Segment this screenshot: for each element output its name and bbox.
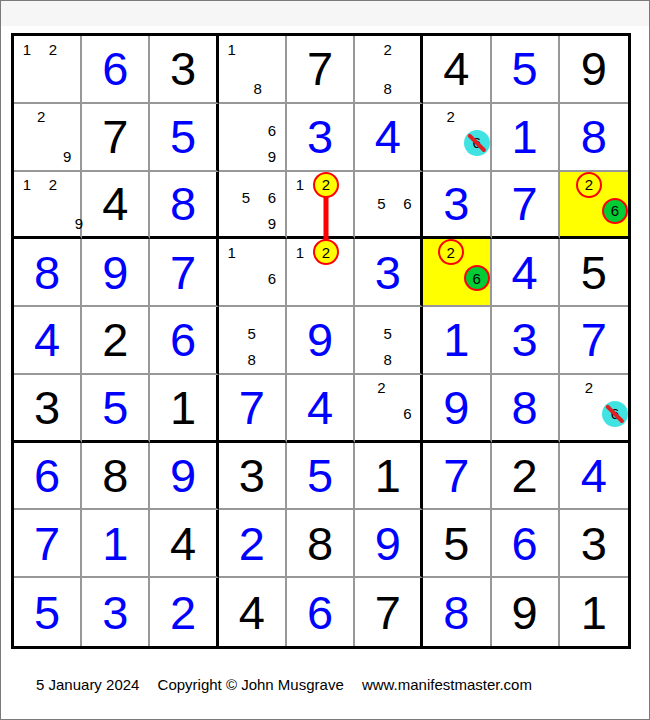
given-digit: 8 — [287, 510, 353, 576]
cell-r8c9[interactable]: 3 — [560, 510, 628, 578]
cell-r5c2[interactable]: 2 — [82, 307, 150, 375]
cell-r7c9[interactable]: 4 — [560, 443, 628, 511]
cell-r2c1[interactable]: 29 — [14, 104, 82, 172]
candidate-6: 6 — [259, 184, 285, 210]
solved-digit: 9 — [287, 307, 353, 373]
given-digit: 4 — [219, 578, 285, 646]
pencil-grid: 16 — [219, 239, 285, 305]
solved-digit: 9 — [82, 239, 148, 305]
given-digit: 5 — [423, 510, 489, 576]
given-digit: 3 — [560, 510, 628, 576]
given-digit: 3 — [219, 443, 285, 509]
solved-digit: 5 — [82, 375, 148, 440]
candidate-1: 1 — [287, 239, 313, 265]
given-digit: 8 — [82, 443, 148, 509]
cell-r5c9[interactable]: 7 — [560, 307, 628, 375]
cell-r8c4[interactable]: 2 — [219, 510, 287, 578]
solved-digit: 3 — [82, 578, 148, 646]
cell-r4c6[interactable]: 3 — [355, 239, 423, 307]
footer-copyright: Copyright © John Musgrave — [158, 676, 344, 693]
cell-r6c9[interactable]: 26 — [560, 375, 628, 443]
solved-digit: 4 — [287, 375, 353, 440]
cell-r3c6[interactable]: 56 — [355, 172, 423, 240]
candidate-9: 9 — [259, 144, 285, 170]
cell-r1c7[interactable]: 4 — [423, 36, 491, 104]
solved-digit: 7 — [423, 443, 489, 509]
given-digit: 9 — [560, 36, 628, 102]
given-digit: 1 — [150, 375, 215, 440]
cell-r7c6[interactable]: 1 — [355, 443, 423, 511]
pencil-grid: 26 — [560, 375, 628, 440]
given-digit: 1 — [355, 443, 420, 509]
cell-r6c8[interactable]: 8 — [492, 375, 560, 443]
cell-r9c9[interactable]: 1 — [560, 578, 628, 646]
cell-r6c7[interactable]: 9 — [423, 375, 491, 443]
candidate-2: 2 — [368, 375, 394, 401]
cell-r3c5[interactable]: 12 — [287, 172, 355, 240]
eliminated-candidate-6: 6 — [464, 130, 490, 156]
candidate-5: 5 — [239, 321, 265, 347]
candidate-1: 1 — [287, 172, 313, 198]
cell-r1c2[interactable]: 6 — [82, 36, 150, 104]
cell-r6c4[interactable]: 7 — [219, 375, 287, 443]
candidate-1: 1 — [219, 36, 245, 62]
given-digit: 9 — [492, 578, 558, 646]
candidate-9: 9 — [54, 144, 80, 170]
candidate-8: 8 — [375, 76, 401, 102]
cell-r9c4[interactable]: 4 — [219, 578, 287, 646]
cell-r2c6[interactable]: 4 — [355, 104, 423, 172]
cell-r5c1[interactable]: 4 — [14, 307, 82, 375]
cell-r2c5[interactable]: 3 — [287, 104, 355, 172]
candidate-1: 1 — [219, 239, 245, 265]
pencil-grid: 12 — [287, 172, 353, 237]
given-digit: 3 — [150, 36, 215, 102]
cell-r5c8[interactable]: 3 — [492, 307, 560, 375]
candidate-1: 1 — [14, 36, 40, 62]
cell-r1c1[interactable]: 12 — [14, 36, 82, 104]
cell-r4c1[interactable]: 8 — [14, 239, 82, 307]
circled-candidate-2: 2 — [576, 172, 602, 198]
given-digit: 4 — [423, 36, 489, 102]
cell-r6c6[interactable]: 26 — [355, 375, 423, 443]
cell-r1c4[interactable]: 18 — [219, 36, 287, 104]
cell-r2c2[interactable]: 7 — [82, 104, 150, 172]
solved-digit: 1 — [423, 307, 489, 373]
cell-r1c6[interactable]: 28 — [355, 36, 423, 104]
given-digit: 7 — [355, 578, 420, 646]
cell-r3c4[interactable]: 569 — [219, 172, 287, 240]
candidate-2: 2 — [28, 104, 54, 130]
cell-r5c7[interactable]: 1 — [423, 307, 491, 375]
given-digit: 1 — [560, 578, 628, 646]
cell-r3c9[interactable]: 26 — [560, 172, 628, 240]
solved-digit: 7 — [560, 307, 628, 373]
cell-r4c8[interactable]: 4 — [492, 239, 560, 307]
solved-digit: 5 — [14, 578, 80, 646]
solved-digit: 1 — [82, 510, 148, 576]
cell-r8c2[interactable]: 1 — [82, 510, 150, 578]
pencil-grid: 29 — [14, 104, 80, 170]
pencil-grid: 58 — [219, 307, 285, 373]
sudoku-board: 1263187284592975693426181294856912563726… — [11, 33, 631, 649]
pencil-grid: 26 — [423, 239, 489, 305]
candidate-6: 6 — [394, 191, 420, 217]
cell-r8c6[interactable]: 9 — [355, 510, 423, 578]
circled-candidate-2: 2 — [313, 239, 339, 265]
cell-r8c1[interactable]: 7 — [14, 510, 82, 578]
solved-digit: 3 — [492, 307, 558, 373]
solved-digit: 7 — [492, 172, 558, 237]
candidate-6: 6 — [394, 401, 420, 427]
cell-r9c3[interactable]: 2 — [150, 578, 218, 646]
candidate-5: 5 — [233, 184, 259, 210]
solved-digit: 2 — [150, 578, 215, 646]
pencil-grid: 12 — [14, 36, 80, 102]
candidate-2: 2 — [40, 36, 66, 62]
cell-r7c4[interactable]: 3 — [219, 443, 287, 511]
green-candidate-6: 6 — [464, 265, 490, 291]
cell-r8c8[interactable]: 6 — [492, 510, 560, 578]
solved-digit: 8 — [14, 239, 80, 305]
cell-r1c5[interactable]: 7 — [287, 36, 355, 104]
cell-r5c5[interactable]: 9 — [287, 307, 355, 375]
solved-digit: 4 — [492, 239, 558, 305]
cell-r7c3[interactable]: 9 — [150, 443, 218, 511]
pencil-grid: 18 — [219, 36, 285, 102]
solved-digit: 6 — [82, 36, 148, 102]
solved-digit: 6 — [492, 510, 558, 576]
footer: 5 January 2024 Copyright © John Musgrave… — [36, 676, 546, 693]
cell-r1c9[interactable]: 9 — [560, 36, 628, 104]
candidate-2: 2 — [375, 36, 401, 62]
circled-candidate-2: 2 — [438, 239, 464, 265]
pencil-grid: 56 — [355, 172, 420, 237]
pencil-grid: 129 — [14, 172, 80, 237]
cell-r3c1[interactable]: 129 — [14, 172, 82, 240]
pencil-grid: 26 — [355, 375, 420, 440]
cell-r2c4[interactable]: 69 — [219, 104, 287, 172]
cell-r3c7[interactable]: 3 — [423, 172, 491, 240]
circled-candidate-2: 2 — [313, 172, 339, 198]
given-digit: 2 — [492, 443, 558, 509]
candidate-2: 2 — [40, 172, 66, 198]
solved-digit: 9 — [355, 510, 420, 576]
cell-r7c5[interactable]: 5 — [287, 443, 355, 511]
solved-digit: 3 — [355, 239, 420, 305]
cell-r2c7[interactable]: 26 — [423, 104, 491, 172]
cell-r8c3[interactable]: 4 — [150, 510, 218, 578]
candidate-5: 5 — [368, 191, 394, 217]
cell-r7c2[interactable]: 8 — [82, 443, 150, 511]
candidate-1: 1 — [14, 172, 40, 198]
candidate-8: 8 — [245, 76, 271, 102]
footer-date: 5 January 2024 — [36, 676, 139, 693]
pencil-grid: 26 — [423, 104, 489, 170]
candidate-2: 2 — [438, 104, 464, 130]
cell-r9c7[interactable]: 8 — [423, 578, 491, 646]
cell-r2c9[interactable]: 8 — [560, 104, 628, 172]
candidate-8: 8 — [239, 347, 265, 373]
cell-r3c8[interactable]: 7 — [492, 172, 560, 240]
cell-r7c7[interactable]: 7 — [423, 443, 491, 511]
candidate-5: 5 — [375, 321, 401, 347]
cell-r9c5[interactable]: 6 — [287, 578, 355, 646]
solved-digit: 4 — [14, 307, 80, 373]
given-digit: 7 — [287, 36, 353, 102]
solved-digit: 4 — [560, 443, 628, 509]
cell-r9c1[interactable]: 5 — [14, 578, 82, 646]
solved-digit: 7 — [14, 510, 80, 576]
candidate-2: 2 — [576, 375, 602, 401]
solved-digit: 8 — [423, 578, 489, 646]
solved-digit: 2 — [219, 510, 285, 576]
candidate-9: 9 — [259, 210, 285, 236]
solved-digit: 4 — [355, 104, 420, 170]
cell-r5c3[interactable]: 6 — [150, 307, 218, 375]
cell-r9c8[interactable]: 9 — [492, 578, 560, 646]
cell-r6c3[interactable]: 1 — [150, 375, 218, 443]
pencil-grid: 28 — [355, 36, 420, 102]
cell-r8c5[interactable]: 8 — [287, 510, 355, 578]
solved-digit: 9 — [150, 443, 215, 509]
candidate-8: 8 — [375, 347, 401, 373]
solved-digit: 8 — [560, 104, 628, 170]
candidate-6: 6 — [259, 118, 285, 144]
cell-r7c1[interactable]: 6 — [14, 443, 82, 511]
cell-r3c3[interactable]: 8 — [150, 172, 218, 240]
pencil-grid: 569 — [219, 172, 285, 237]
solved-digit: 5 — [492, 36, 558, 102]
solved-digit: 9 — [423, 375, 489, 440]
cell-r8c7[interactable]: 5 — [423, 510, 491, 578]
given-digit: 4 — [150, 510, 215, 576]
pencil-grid: 58 — [355, 307, 420, 373]
eliminated-candidate-6: 6 — [602, 401, 628, 427]
cell-r4c4[interactable]: 16 — [219, 239, 287, 307]
cell-r2c3[interactable]: 5 — [150, 104, 218, 172]
footer-website: www.manifestmaster.com — [362, 676, 532, 693]
cell-r5c6[interactable]: 58 — [355, 307, 423, 375]
solved-digit: 3 — [287, 104, 353, 170]
solved-digit: 5 — [287, 443, 353, 509]
given-digit: 3 — [14, 375, 80, 440]
given-digit: 2 — [82, 307, 148, 373]
cell-r3c2[interactable]: 4 — [82, 172, 150, 240]
solved-digit: 3 — [423, 172, 489, 237]
solved-digit: 8 — [150, 172, 215, 237]
solved-digit: 6 — [287, 578, 353, 646]
cell-r4c2[interactable]: 9 — [82, 239, 150, 307]
cell-r2c8[interactable]: 1 — [492, 104, 560, 172]
cell-r4c5[interactable]: 12 — [287, 239, 355, 307]
solved-digit: 6 — [14, 443, 80, 509]
pencil-grid: 69 — [219, 104, 285, 170]
solved-digit: 5 — [150, 104, 215, 170]
cell-r4c3[interactable]: 7 — [150, 239, 218, 307]
solved-digit: 7 — [219, 375, 285, 440]
given-digit: 4 — [82, 172, 148, 237]
cell-r6c2[interactable]: 5 — [82, 375, 150, 443]
cell-r4c7[interactable]: 26 — [423, 239, 491, 307]
pencil-grid: 26 — [560, 172, 628, 237]
cell-r1c8[interactable]: 5 — [492, 36, 560, 104]
cell-r9c6[interactable]: 7 — [355, 578, 423, 646]
cell-r5c4[interactable]: 58 — [219, 307, 287, 375]
cell-r9c2[interactable]: 3 — [82, 578, 150, 646]
solved-digit: 8 — [492, 375, 558, 440]
solved-digit: 6 — [150, 307, 215, 373]
cell-r6c5[interactable]: 4 — [287, 375, 355, 443]
pencil-grid: 12 — [287, 239, 353, 305]
cell-r7c8[interactable]: 2 — [492, 443, 560, 511]
green-candidate-6: 6 — [602, 198, 628, 224]
given-digit: 7 — [82, 104, 148, 170]
top-band — [1, 1, 649, 26]
solved-digit: 7 — [150, 239, 215, 305]
candidate-6: 6 — [259, 265, 285, 291]
solved-digit: 1 — [492, 104, 558, 170]
cell-r4c9[interactable]: 5 — [560, 239, 628, 307]
cell-r1c3[interactable]: 3 — [150, 36, 218, 104]
cell-r6c1[interactable]: 3 — [14, 375, 82, 443]
given-digit: 5 — [560, 239, 628, 305]
